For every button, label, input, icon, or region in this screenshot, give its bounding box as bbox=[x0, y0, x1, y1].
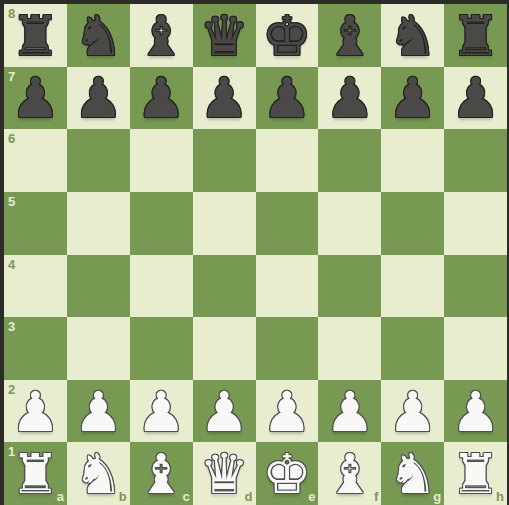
square-d1[interactable]: ♛d bbox=[193, 442, 256, 505]
square-g1[interactable]: ♞g bbox=[381, 442, 444, 505]
white-pawn-piece[interactable]: ♟ bbox=[74, 385, 123, 440]
rank-label-5: 5 bbox=[8, 195, 15, 208]
square-c4[interactable] bbox=[130, 255, 193, 318]
square-e3[interactable] bbox=[256, 317, 319, 380]
square-h7[interactable]: ♟ bbox=[444, 67, 507, 130]
square-e4[interactable] bbox=[256, 255, 319, 318]
white-pawn-piece[interactable]: ♟ bbox=[11, 385, 60, 440]
black-bishop-piece[interactable]: ♝ bbox=[137, 9, 186, 64]
rank-label-1: 1 bbox=[8, 445, 15, 458]
square-g2[interactable]: ♟ bbox=[381, 380, 444, 443]
square-e8[interactable]: ♚ bbox=[256, 4, 319, 67]
square-g3[interactable] bbox=[381, 317, 444, 380]
chess-board: ♜8♞♝♛♚♝♞♜♟7♟♟♟♟♟♟♟6543♟2♟♟♟♟♟♟♟♜1a♞b♝c♛d… bbox=[4, 4, 507, 505]
black-pawn-piece[interactable]: ♟ bbox=[199, 71, 248, 126]
white-king-piece[interactable]: ♚ bbox=[262, 447, 311, 502]
square-d2[interactable]: ♟ bbox=[193, 380, 256, 443]
file-label-g: g bbox=[433, 490, 441, 503]
square-c1[interactable]: ♝c bbox=[130, 442, 193, 505]
square-h5[interactable] bbox=[444, 192, 507, 255]
square-a3[interactable]: 3 bbox=[4, 317, 67, 380]
rank-label-8: 8 bbox=[8, 7, 15, 20]
black-knight-piece[interactable]: ♞ bbox=[74, 9, 123, 64]
rank-label-4: 4 bbox=[8, 258, 15, 271]
square-b5[interactable] bbox=[67, 192, 130, 255]
square-d7[interactable]: ♟ bbox=[193, 67, 256, 130]
square-g5[interactable] bbox=[381, 192, 444, 255]
black-pawn-piece[interactable]: ♟ bbox=[11, 71, 60, 126]
white-queen-piece[interactable]: ♛ bbox=[199, 447, 248, 502]
white-pawn-piece[interactable]: ♟ bbox=[199, 385, 248, 440]
black-rook-piece[interactable]: ♜ bbox=[451, 9, 500, 64]
square-a8[interactable]: ♜8 bbox=[4, 4, 67, 67]
black-knight-piece[interactable]: ♞ bbox=[388, 9, 437, 64]
square-f3[interactable] bbox=[318, 317, 381, 380]
file-label-h: h bbox=[496, 490, 504, 503]
square-b2[interactable]: ♟ bbox=[67, 380, 130, 443]
square-h1[interactable]: ♜h bbox=[444, 442, 507, 505]
file-label-f: f bbox=[374, 490, 378, 503]
square-d6[interactable] bbox=[193, 129, 256, 192]
square-f7[interactable]: ♟ bbox=[318, 67, 381, 130]
square-e6[interactable] bbox=[256, 129, 319, 192]
file-label-d: d bbox=[245, 490, 253, 503]
square-c5[interactable] bbox=[130, 192, 193, 255]
square-f8[interactable]: ♝ bbox=[318, 4, 381, 67]
square-h4[interactable] bbox=[444, 255, 507, 318]
black-pawn-piece[interactable]: ♟ bbox=[325, 71, 374, 126]
white-pawn-piece[interactable]: ♟ bbox=[262, 385, 311, 440]
square-h2[interactable]: ♟ bbox=[444, 380, 507, 443]
square-h8[interactable]: ♜ bbox=[444, 4, 507, 67]
white-knight-piece[interactable]: ♞ bbox=[388, 447, 437, 502]
square-e7[interactable]: ♟ bbox=[256, 67, 319, 130]
black-queen-piece[interactable]: ♛ bbox=[199, 9, 248, 64]
square-h6[interactable] bbox=[444, 129, 507, 192]
square-f2[interactable]: ♟ bbox=[318, 380, 381, 443]
black-bishop-piece[interactable]: ♝ bbox=[325, 9, 374, 64]
square-c3[interactable] bbox=[130, 317, 193, 380]
square-b7[interactable]: ♟ bbox=[67, 67, 130, 130]
rank-label-7: 7 bbox=[8, 70, 15, 83]
white-rook-piece[interactable]: ♜ bbox=[11, 447, 60, 502]
square-c2[interactable]: ♟ bbox=[130, 380, 193, 443]
square-c7[interactable]: ♟ bbox=[130, 67, 193, 130]
square-g6[interactable] bbox=[381, 129, 444, 192]
square-d4[interactable] bbox=[193, 255, 256, 318]
square-a7[interactable]: ♟7 bbox=[4, 67, 67, 130]
square-f5[interactable] bbox=[318, 192, 381, 255]
square-b6[interactable] bbox=[67, 129, 130, 192]
white-bishop-piece[interactable]: ♝ bbox=[325, 447, 374, 502]
square-h3[interactable] bbox=[444, 317, 507, 380]
black-pawn-piece[interactable]: ♟ bbox=[451, 71, 500, 126]
square-a4[interactable]: 4 bbox=[4, 255, 67, 318]
square-d8[interactable]: ♛ bbox=[193, 4, 256, 67]
square-g7[interactable]: ♟ bbox=[381, 67, 444, 130]
square-a5[interactable]: 5 bbox=[4, 192, 67, 255]
white-pawn-piece[interactable]: ♟ bbox=[451, 385, 500, 440]
black-king-piece[interactable]: ♚ bbox=[262, 9, 311, 64]
white-pawn-piece[interactable]: ♟ bbox=[388, 385, 437, 440]
file-label-b: b bbox=[119, 490, 127, 503]
rank-label-2: 2 bbox=[8, 383, 15, 396]
square-b3[interactable] bbox=[67, 317, 130, 380]
square-c8[interactable]: ♝ bbox=[130, 4, 193, 67]
square-c6[interactable] bbox=[130, 129, 193, 192]
square-f4[interactable] bbox=[318, 255, 381, 318]
square-b8[interactable]: ♞ bbox=[67, 4, 130, 67]
square-d5[interactable] bbox=[193, 192, 256, 255]
file-label-e: e bbox=[308, 490, 315, 503]
square-a6[interactable]: 6 bbox=[4, 129, 67, 192]
file-label-a: a bbox=[57, 490, 64, 503]
square-g4[interactable] bbox=[381, 255, 444, 318]
black-pawn-piece[interactable]: ♟ bbox=[137, 71, 186, 126]
black-rook-piece[interactable]: ♜ bbox=[11, 9, 60, 64]
white-pawn-piece[interactable]: ♟ bbox=[325, 385, 374, 440]
square-e2[interactable]: ♟ bbox=[256, 380, 319, 443]
page-background: ♜8♞♝♛♚♝♞♜♟7♟♟♟♟♟♟♟6543♟2♟♟♟♟♟♟♟♜1a♞b♝c♛d… bbox=[0, 0, 509, 505]
square-e5[interactable] bbox=[256, 192, 319, 255]
square-f1[interactable]: ♝f bbox=[318, 442, 381, 505]
square-b1[interactable]: ♞b bbox=[67, 442, 130, 505]
black-pawn-piece[interactable]: ♟ bbox=[74, 71, 123, 126]
white-bishop-piece[interactable]: ♝ bbox=[137, 447, 186, 502]
square-g8[interactable]: ♞ bbox=[381, 4, 444, 67]
white-rook-piece[interactable]: ♜ bbox=[451, 447, 500, 502]
square-b4[interactable] bbox=[67, 255, 130, 318]
white-pawn-piece[interactable]: ♟ bbox=[137, 385, 186, 440]
black-pawn-piece[interactable]: ♟ bbox=[262, 71, 311, 126]
black-pawn-piece[interactable]: ♟ bbox=[388, 71, 437, 126]
square-e1[interactable]: ♚e bbox=[256, 442, 319, 505]
rank-label-3: 3 bbox=[8, 320, 15, 333]
file-label-c: c bbox=[182, 490, 189, 503]
white-knight-piece[interactable]: ♞ bbox=[74, 447, 123, 502]
rank-label-6: 6 bbox=[8, 132, 15, 145]
square-d3[interactable] bbox=[193, 317, 256, 380]
square-a2[interactable]: ♟2 bbox=[4, 380, 67, 443]
square-f6[interactable] bbox=[318, 129, 381, 192]
square-a1[interactable]: ♜1a bbox=[4, 442, 67, 505]
